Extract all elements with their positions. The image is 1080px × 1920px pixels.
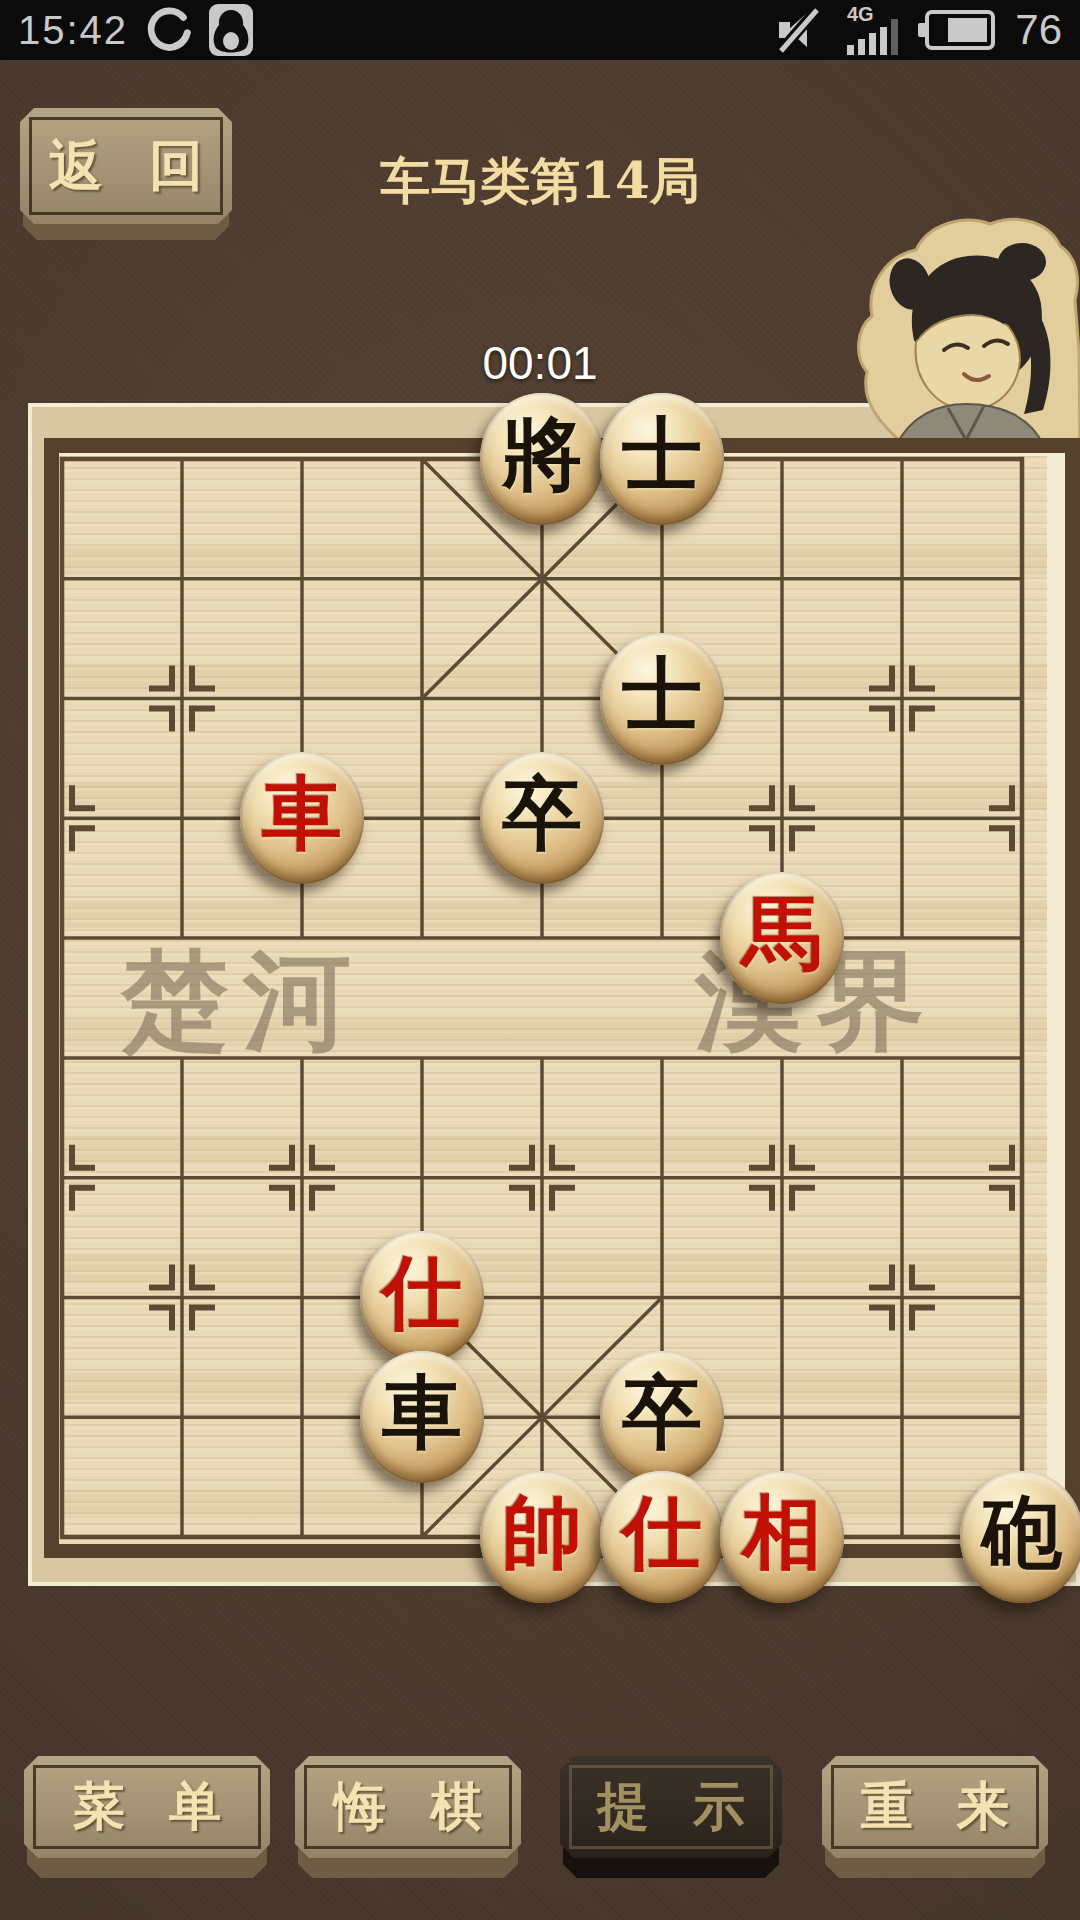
piece-glyph: 將 — [502, 402, 582, 510]
river-label-left: 楚河 — [121, 944, 365, 1056]
svg-text:4G: 4G — [847, 3, 874, 25]
undo-button[interactable]: 悔棋 — [295, 1756, 521, 1878]
status-bar: 15:42 4G — [0, 0, 1080, 60]
hint-button-label: 提示 — [597, 1772, 789, 1842]
piece-red-帥[interactable]: 帥 — [480, 1471, 604, 1603]
piece-red-相[interactable]: 相 — [720, 1471, 844, 1603]
menu-button-face: 菜单 — [24, 1756, 270, 1858]
hint-button[interactable]: 提示 — [560, 1756, 782, 1878]
piece-glyph: 卒 — [502, 761, 582, 869]
qq-chat-icon — [144, 5, 194, 55]
piece-glyph: 士 — [622, 402, 702, 510]
clock-label: 15:42 — [18, 8, 128, 53]
menu-button[interactable]: 菜单 — [24, 1756, 270, 1878]
piece-red-仕[interactable]: 仕 — [360, 1231, 484, 1363]
piece-glyph: 車 — [262, 761, 342, 869]
qq-penguin-icon — [208, 3, 254, 57]
timer-label: 00:01 — [0, 336, 1080, 390]
piece-black-士[interactable]: 士 — [600, 393, 724, 525]
mute-icon — [771, 4, 831, 56]
restart-button-label: 重来 — [861, 1772, 1053, 1842]
back-button[interactable]: 返回 — [20, 108, 232, 240]
piece-black-砲[interactable]: 砲 — [960, 1471, 1080, 1603]
battery-icon — [915, 8, 997, 52]
piece-red-馬[interactable]: 馬 — [720, 872, 844, 1004]
hint-button-face: 提示 — [560, 1756, 782, 1858]
back-button-face: 返回 — [20, 108, 232, 224]
piece-glyph: 士 — [622, 642, 702, 750]
system-icons: 4G 76 — [771, 3, 1062, 57]
piece-glyph: 砲 — [982, 1480, 1062, 1588]
undo-button-label: 悔棋 — [334, 1772, 526, 1842]
piece-glyph: 仕 — [622, 1480, 702, 1588]
piece-red-車[interactable]: 車 — [240, 752, 364, 884]
piece-glyph: 仕 — [382, 1240, 462, 1348]
signal-icon: 4G — [845, 3, 901, 57]
piece-black-將[interactable]: 將 — [480, 393, 604, 525]
piece-red-仕[interactable]: 仕 — [600, 1471, 724, 1603]
piece-glyph: 帥 — [502, 1480, 582, 1588]
piece-black-卒[interactable]: 卒 — [480, 752, 604, 884]
menu-button-label: 菜单 — [73, 1772, 265, 1842]
back-button-label: 返回 — [49, 130, 249, 203]
piece-glyph: 車 — [382, 1360, 462, 1468]
piece-glyph: 卒 — [622, 1360, 702, 1468]
app-screen: 15:42 4G — [0, 0, 1080, 1920]
piece-black-士[interactable]: 士 — [600, 633, 724, 765]
restart-button[interactable]: 重来 — [822, 1756, 1048, 1878]
piece-glyph: 相 — [742, 1480, 822, 1588]
undo-button-face: 悔棋 — [295, 1756, 521, 1858]
notification-icons — [144, 3, 254, 57]
piece-glyph: 馬 — [742, 881, 822, 989]
piece-black-車[interactable]: 車 — [360, 1351, 484, 1483]
battery-percent-label: 76 — [1015, 6, 1062, 54]
girl-illustration — [852, 212, 1080, 446]
piece-black-卒[interactable]: 卒 — [600, 1351, 724, 1483]
xiangqi-board[interactable]: 楚河 漢界 將士士車卒馬仕車卒帥仕相砲 — [59, 456, 1047, 1544]
restart-button-face: 重来 — [822, 1756, 1048, 1858]
